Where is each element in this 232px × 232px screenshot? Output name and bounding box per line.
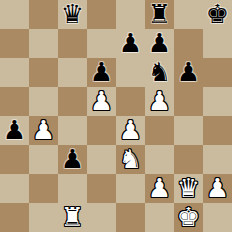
square-a1[interactable]	[0, 203, 29, 232]
square-c2[interactable]	[58, 174, 87, 203]
square-g2[interactable]: ♛	[174, 174, 203, 203]
square-f1[interactable]	[145, 203, 174, 232]
square-h5[interactable]	[203, 87, 232, 116]
square-d4[interactable]	[87, 116, 116, 145]
square-e3[interactable]: ♞	[116, 145, 145, 174]
square-a3[interactable]	[0, 145, 29, 174]
piece-white-queen: ♛	[177, 174, 200, 203]
square-f6[interactable]: ♞	[145, 58, 174, 87]
square-d5[interactable]: ♟	[87, 87, 116, 116]
square-f3[interactable]	[145, 145, 174, 174]
square-d7[interactable]	[87, 29, 116, 58]
square-b5[interactable]	[29, 87, 58, 116]
piece-white-king: ♚	[177, 203, 200, 232]
square-g4[interactable]	[174, 116, 203, 145]
square-b7[interactable]	[29, 29, 58, 58]
square-g6[interactable]: ♟	[174, 58, 203, 87]
square-h3[interactable]	[203, 145, 232, 174]
square-d1[interactable]	[87, 203, 116, 232]
square-e6[interactable]	[116, 58, 145, 87]
square-e7[interactable]: ♟	[116, 29, 145, 58]
square-a6[interactable]	[0, 58, 29, 87]
piece-white-knight: ♞	[119, 145, 142, 174]
square-c1[interactable]: ♜	[58, 203, 87, 232]
piece-black-knight: ♞	[148, 58, 171, 87]
piece-black-rook: ♜	[148, 0, 171, 29]
piece-black-pawn: ♟	[177, 58, 200, 87]
square-a5[interactable]	[0, 87, 29, 116]
square-g5[interactable]	[174, 87, 203, 116]
square-b4[interactable]: ♟	[29, 116, 58, 145]
square-f7[interactable]: ♟	[145, 29, 174, 58]
square-a2[interactable]	[0, 174, 29, 203]
piece-black-pawn: ♟	[148, 29, 171, 58]
square-c4[interactable]	[58, 116, 87, 145]
piece-white-rook: ♜	[61, 203, 84, 232]
square-h1[interactable]	[203, 203, 232, 232]
square-d3[interactable]	[87, 145, 116, 174]
square-h6[interactable]	[203, 58, 232, 87]
square-b8[interactable]	[29, 0, 58, 29]
square-f8[interactable]: ♜	[145, 0, 174, 29]
square-h7[interactable]	[203, 29, 232, 58]
square-c5[interactable]	[58, 87, 87, 116]
square-d8[interactable]	[87, 0, 116, 29]
square-e2[interactable]	[116, 174, 145, 203]
square-e8[interactable]	[116, 0, 145, 29]
piece-white-pawn: ♟	[119, 116, 142, 145]
piece-white-pawn: ♟	[206, 174, 229, 203]
square-b2[interactable]	[29, 174, 58, 203]
square-e1[interactable]	[116, 203, 145, 232]
square-f2[interactable]: ♟	[145, 174, 174, 203]
square-g8[interactable]	[174, 0, 203, 29]
square-c8[interactable]: ♛	[58, 0, 87, 29]
square-a8[interactable]	[0, 0, 29, 29]
square-d6[interactable]: ♟	[87, 58, 116, 87]
square-g7[interactable]	[174, 29, 203, 58]
square-f5[interactable]: ♟	[145, 87, 174, 116]
square-g1[interactable]: ♚	[174, 203, 203, 232]
square-h4[interactable]	[203, 116, 232, 145]
square-b3[interactable]	[29, 145, 58, 174]
square-b1[interactable]	[29, 203, 58, 232]
square-e4[interactable]: ♟	[116, 116, 145, 145]
piece-black-king: ♚	[206, 0, 229, 29]
square-g3[interactable]	[174, 145, 203, 174]
square-c3[interactable]: ♟	[58, 145, 87, 174]
square-h2[interactable]: ♟	[203, 174, 232, 203]
square-h8[interactable]: ♚	[203, 0, 232, 29]
square-b6[interactable]	[29, 58, 58, 87]
piece-black-pawn: ♟	[119, 29, 142, 58]
piece-white-pawn: ♟	[90, 87, 113, 116]
square-e5[interactable]	[116, 87, 145, 116]
piece-white-pawn: ♟	[148, 87, 171, 116]
square-c7[interactable]	[58, 29, 87, 58]
piece-black-queen: ♛	[61, 0, 84, 29]
piece-black-pawn: ♟	[61, 145, 84, 174]
square-a7[interactable]	[0, 29, 29, 58]
piece-white-pawn: ♟	[148, 174, 171, 203]
piece-black-pawn: ♟	[90, 58, 113, 87]
square-c6[interactable]	[58, 58, 87, 87]
piece-black-pawn: ♟	[3, 116, 26, 145]
square-f4[interactable]	[145, 116, 174, 145]
square-a4[interactable]: ♟	[0, 116, 29, 145]
chess-board: ♛♜♚♟♟♟♞♟♟♟♟♟♟♟♞♟♛♟♜♚	[0, 0, 232, 232]
piece-white-pawn: ♟	[32, 116, 55, 145]
square-d2[interactable]	[87, 174, 116, 203]
